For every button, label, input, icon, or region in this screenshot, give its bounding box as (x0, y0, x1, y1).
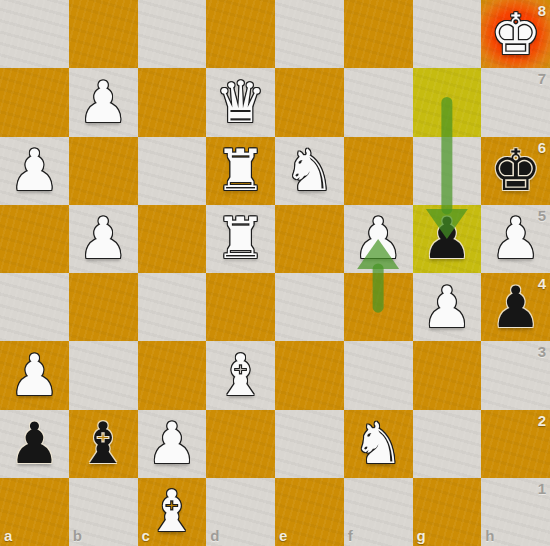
file-label-h: h (485, 528, 494, 543)
square-c8[interactable] (138, 0, 207, 68)
piece-white-pawn[interactable]: ♟ (0, 137, 69, 205)
square-a4[interactable] (0, 273, 69, 341)
square-e5[interactable] (275, 205, 344, 273)
square-a5[interactable] (0, 205, 69, 273)
square-b8[interactable] (69, 0, 138, 68)
piece-black-pawn[interactable]: ♟ (0, 410, 69, 478)
square-h4[interactable]: ♟4 (481, 273, 550, 341)
piece-white-pawn[interactable]: ♟ (69, 205, 138, 273)
square-a1[interactable]: a (0, 478, 69, 546)
piece-black-king[interactable]: ♚ (481, 137, 550, 205)
file-label-a: a (4, 528, 12, 543)
square-b7[interactable]: ♟ (69, 68, 138, 136)
square-c1[interactable]: ♝c (138, 478, 207, 546)
piece-white-king[interactable]: ♚ (481, 0, 550, 68)
square-d4[interactable] (206, 273, 275, 341)
square-h5[interactable]: ♟5 (481, 205, 550, 273)
square-d7[interactable]: ♛ (206, 68, 275, 136)
square-b4[interactable] (69, 273, 138, 341)
square-e4[interactable] (275, 273, 344, 341)
piece-white-knight[interactable]: ♞ (344, 410, 413, 478)
square-g4[interactable]: ♟ (413, 273, 482, 341)
piece-white-rook[interactable]: ♜ (206, 137, 275, 205)
square-b6[interactable] (69, 137, 138, 205)
piece-white-knight[interactable]: ♞ (275, 137, 344, 205)
square-a8[interactable] (0, 0, 69, 68)
piece-white-bishop[interactable]: ♝ (206, 341, 275, 409)
square-b3[interactable] (69, 341, 138, 409)
square-b2[interactable]: ♝ (69, 410, 138, 478)
square-a7[interactable] (0, 68, 69, 136)
square-f4[interactable] (344, 273, 413, 341)
square-h2[interactable]: 2 (481, 410, 550, 478)
piece-black-bishop[interactable]: ♝ (69, 410, 138, 478)
square-g7[interactable] (413, 68, 482, 136)
square-c5[interactable] (138, 205, 207, 273)
square-e2[interactable] (275, 410, 344, 478)
square-e7[interactable] (275, 68, 344, 136)
rank-label-2: 2 (538, 413, 546, 428)
square-h7[interactable]: 7 (481, 68, 550, 136)
square-d5[interactable]: ♜ (206, 205, 275, 273)
square-f1[interactable]: f (344, 478, 413, 546)
square-h6[interactable]: ♚6 (481, 137, 550, 205)
square-f3[interactable] (344, 341, 413, 409)
piece-black-pawn[interactable]: ♟ (481, 273, 550, 341)
piece-white-pawn[interactable]: ♟ (0, 341, 69, 409)
piece-white-pawn[interactable]: ♟ (481, 205, 550, 273)
piece-white-rook[interactable]: ♜ (206, 205, 275, 273)
square-g1[interactable]: g (413, 478, 482, 546)
square-g3[interactable] (413, 341, 482, 409)
square-f8[interactable] (344, 0, 413, 68)
piece-white-pawn[interactable]: ♟ (413, 273, 482, 341)
square-h8[interactable]: ♚8 (481, 0, 550, 68)
square-d2[interactable] (206, 410, 275, 478)
piece-black-pawn[interactable]: ♟ (413, 205, 482, 273)
rank-label-7: 7 (538, 71, 546, 86)
file-label-g: g (417, 528, 426, 543)
square-c6[interactable] (138, 137, 207, 205)
square-d1[interactable]: d (206, 478, 275, 546)
square-c3[interactable] (138, 341, 207, 409)
square-a3[interactable]: ♟ (0, 341, 69, 409)
square-f5[interactable]: ♟ (344, 205, 413, 273)
piece-white-pawn[interactable]: ♟ (138, 410, 207, 478)
rank-label-3: 3 (538, 344, 546, 359)
square-a6[interactable]: ♟ (0, 137, 69, 205)
square-g8[interactable] (413, 0, 482, 68)
square-c2[interactable]: ♟ (138, 410, 207, 478)
square-f7[interactable] (344, 68, 413, 136)
square-a2[interactable]: ♟ (0, 410, 69, 478)
square-b1[interactable]: b (69, 478, 138, 546)
square-g2[interactable] (413, 410, 482, 478)
square-g6[interactable] (413, 137, 482, 205)
piece-white-pawn[interactable]: ♟ (344, 205, 413, 273)
square-d6[interactable]: ♜ (206, 137, 275, 205)
board-squares: ♚8♟♛7♟♜♞♚6♟♜♟♟♟5♟♟4♟♝3♟♝♟♞2ab♝cdefgh1 (0, 0, 550, 546)
file-label-e: e (279, 528, 287, 543)
file-label-f: f (348, 528, 353, 543)
piece-white-queen[interactable]: ♛ (206, 68, 275, 136)
square-d8[interactable] (206, 0, 275, 68)
square-b5[interactable]: ♟ (69, 205, 138, 273)
square-e8[interactable] (275, 0, 344, 68)
square-c4[interactable] (138, 273, 207, 341)
square-g5[interactable]: ♟ (413, 205, 482, 273)
square-c7[interactable] (138, 68, 207, 136)
piece-white-bishop[interactable]: ♝ (138, 478, 207, 546)
square-e3[interactable] (275, 341, 344, 409)
square-e1[interactable]: e (275, 478, 344, 546)
rank-label-1: 1 (538, 481, 546, 496)
chess-board: ♚8♟♛7♟♜♞♚6♟♜♟♟♟5♟♟4♟♝3♟♝♟♞2ab♝cdefgh1 (0, 0, 550, 546)
square-h3[interactable]: 3 (481, 341, 550, 409)
square-f6[interactable] (344, 137, 413, 205)
file-label-b: b (73, 528, 82, 543)
square-e6[interactable]: ♞ (275, 137, 344, 205)
piece-white-pawn[interactable]: ♟ (69, 68, 138, 136)
square-f2[interactable]: ♞ (344, 410, 413, 478)
file-label-d: d (210, 528, 219, 543)
square-d3[interactable]: ♝ (206, 341, 275, 409)
square-h1[interactable]: h1 (481, 478, 550, 546)
